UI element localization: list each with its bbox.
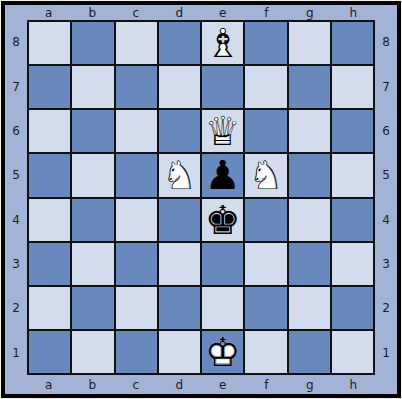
square-d8[interactable]: [159, 22, 200, 64]
rank-label-5: 5: [5, 153, 27, 197]
square-f2[interactable]: [245, 287, 286, 329]
square-a4[interactable]: [29, 199, 70, 241]
square-e1[interactable]: ♚♔: [202, 331, 243, 373]
square-a1[interactable]: [29, 331, 70, 373]
square-f4[interactable]: [245, 199, 286, 241]
square-h1[interactable]: [332, 331, 373, 373]
rank-label-2: 2: [5, 286, 27, 330]
square-a8[interactable]: [29, 22, 70, 64]
square-g8[interactable]: [289, 22, 330, 64]
rank-label-3: 3: [5, 242, 27, 286]
square-a5[interactable]: [29, 154, 70, 196]
rank-label-1: 1: [375, 331, 397, 375]
square-e7[interactable]: [202, 66, 243, 108]
square-d7[interactable]: [159, 66, 200, 108]
square-f6[interactable]: [245, 110, 286, 152]
file-label-c: c: [114, 5, 158, 20]
rank-labels-right: 87654321: [375, 20, 397, 375]
square-e5[interactable]: ♟: [202, 154, 243, 196]
square-c8[interactable]: [116, 22, 157, 64]
square-g1[interactable]: [289, 331, 330, 373]
white-king-glyph: ♔: [202, 331, 243, 373]
square-g6[interactable]: [289, 110, 330, 152]
file-label-f: f: [245, 375, 289, 394]
file-label-a: a: [27, 375, 71, 394]
square-h4[interactable]: [332, 199, 373, 241]
square-d5[interactable]: ♞♘: [159, 154, 200, 196]
rank-label-5: 5: [375, 153, 397, 197]
square-d3[interactable]: [159, 243, 200, 285]
black-king[interactable]: ♚: [202, 199, 243, 241]
black-king-glyph: ♚: [202, 199, 243, 241]
white-queen-glyph: ♕: [202, 110, 243, 152]
square-g4[interactable]: [289, 199, 330, 241]
white-knight[interactable]: ♞♘: [245, 154, 286, 196]
square-c2[interactable]: [116, 287, 157, 329]
rank-label-8: 8: [5, 20, 27, 64]
board-frame: abcdefgh 87654321 ♝♗♛♕♞♘♟♞♘♚♚♔ 87654321 …: [1, 1, 401, 398]
rank-label-4: 4: [5, 198, 27, 242]
square-c5[interactable]: [116, 154, 157, 196]
rank-label-6: 6: [375, 109, 397, 153]
rank-label-2: 2: [375, 286, 397, 330]
white-bishop[interactable]: ♝♗: [202, 22, 243, 64]
square-d1[interactable]: [159, 331, 200, 373]
square-c1[interactable]: [116, 331, 157, 373]
square-d4[interactable]: [159, 199, 200, 241]
square-a6[interactable]: [29, 110, 70, 152]
rank-label-4: 4: [375, 198, 397, 242]
square-a7[interactable]: [29, 66, 70, 108]
square-b5[interactable]: [72, 154, 113, 196]
square-h3[interactable]: [332, 243, 373, 285]
black-pawn[interactable]: ♟: [202, 154, 243, 196]
square-b2[interactable]: [72, 287, 113, 329]
file-label-e: e: [201, 375, 245, 394]
square-b1[interactable]: [72, 331, 113, 373]
square-e4[interactable]: ♚: [202, 199, 243, 241]
white-bishop-glyph: ♗: [202, 22, 243, 64]
square-f1[interactable]: [245, 331, 286, 373]
square-b8[interactable]: [72, 22, 113, 64]
square-c6[interactable]: [116, 110, 157, 152]
file-label-d: d: [158, 375, 202, 394]
board: ♝♗♛♕♞♘♟♞♘♚♚♔: [27, 20, 375, 375]
file-label-h: h: [332, 5, 376, 20]
square-h2[interactable]: [332, 287, 373, 329]
white-king[interactable]: ♚♔: [202, 331, 243, 373]
square-g3[interactable]: [289, 243, 330, 285]
square-f8[interactable]: [245, 22, 286, 64]
file-label-g: g: [288, 375, 332, 394]
rank-label-3: 3: [375, 242, 397, 286]
rank-label-8: 8: [375, 20, 397, 64]
square-d6[interactable]: [159, 110, 200, 152]
square-h7[interactable]: [332, 66, 373, 108]
square-g2[interactable]: [289, 287, 330, 329]
square-e3[interactable]: [202, 243, 243, 285]
file-label-c: c: [114, 375, 158, 394]
square-e6[interactable]: ♛♕: [202, 110, 243, 152]
square-h6[interactable]: [332, 110, 373, 152]
square-b7[interactable]: [72, 66, 113, 108]
white-knight-glyph: ♘: [245, 154, 286, 196]
square-h8[interactable]: [332, 22, 373, 64]
square-f7[interactable]: [245, 66, 286, 108]
file-label-g: g: [288, 5, 332, 20]
file-label-d: d: [158, 5, 202, 20]
square-b3[interactable]: [72, 243, 113, 285]
black-pawn-glyph: ♟: [202, 154, 243, 196]
square-d2[interactable]: [159, 287, 200, 329]
square-c3[interactable]: [116, 243, 157, 285]
square-b6[interactable]: [72, 110, 113, 152]
file-label-b: b: [71, 5, 115, 20]
chess-diagram: abcdefgh 87654321 ♝♗♛♕♞♘♟♞♘♚♚♔ 87654321 …: [0, 0, 402, 399]
rank-labels-left: 87654321: [5, 20, 27, 375]
square-a2[interactable]: [29, 287, 70, 329]
rank-label-7: 7: [5, 64, 27, 108]
rank-label-1: 1: [5, 331, 27, 375]
white-queen[interactable]: ♛♕: [202, 110, 243, 152]
file-labels-top: abcdefgh: [27, 5, 375, 20]
white-knight-glyph: ♘: [159, 154, 200, 196]
square-f5[interactable]: ♞♘: [245, 154, 286, 196]
rank-label-6: 6: [5, 109, 27, 153]
rank-label-7: 7: [375, 64, 397, 108]
square-c4[interactable]: [116, 199, 157, 241]
file-label-e: e: [201, 5, 245, 20]
square-c7[interactable]: [116, 66, 157, 108]
file-label-h: h: [332, 375, 376, 394]
square-e8[interactable]: ♝♗: [202, 22, 243, 64]
white-knight[interactable]: ♞♘: [159, 154, 200, 196]
file-labels-bottom: abcdefgh: [27, 375, 375, 394]
square-b4[interactable]: [72, 199, 113, 241]
square-e2[interactable]: [202, 287, 243, 329]
file-label-f: f: [245, 5, 289, 20]
square-g7[interactable]: [289, 66, 330, 108]
square-g5[interactable]: [289, 154, 330, 196]
square-f3[interactable]: [245, 243, 286, 285]
file-label-b: b: [71, 375, 115, 394]
file-label-a: a: [27, 5, 71, 20]
square-h5[interactable]: [332, 154, 373, 196]
square-a3[interactable]: [29, 243, 70, 285]
